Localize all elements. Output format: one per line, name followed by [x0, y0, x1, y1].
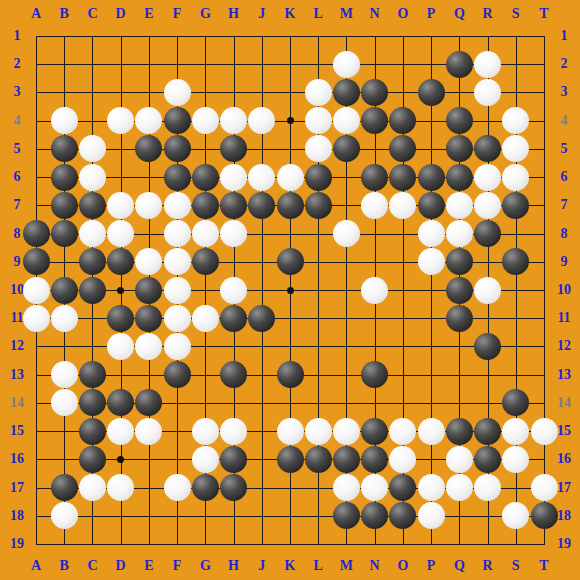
intersection-E1[interactable] [135, 22, 163, 50]
intersection-N4[interactable] [361, 107, 389, 135]
intersection-T16[interactable] [530, 445, 558, 473]
intersection-M18[interactable] [332, 502, 360, 530]
intersection-J13[interactable] [248, 361, 276, 389]
intersection-B18[interactable] [50, 502, 78, 530]
intersection-Q19[interactable] [445, 530, 473, 558]
intersection-J5[interactable] [248, 135, 276, 163]
intersection-T5[interactable] [530, 135, 558, 163]
intersection-F3[interactable] [163, 78, 191, 106]
intersection-R4[interactable] [474, 107, 502, 135]
intersection-R15[interactable] [474, 417, 502, 445]
intersection-L11[interactable] [304, 304, 332, 332]
intersection-L9[interactable] [304, 248, 332, 276]
intersection-J17[interactable] [248, 474, 276, 502]
intersection-P4[interactable] [417, 107, 445, 135]
intersection-G10[interactable] [191, 276, 219, 304]
intersection-G14[interactable] [191, 389, 219, 417]
intersection-B14[interactable] [50, 389, 78, 417]
intersection-C19[interactable] [78, 530, 106, 558]
intersection-N17[interactable] [361, 474, 389, 502]
intersection-B16[interactable] [50, 445, 78, 473]
intersection-S12[interactable] [502, 332, 530, 360]
intersection-D10[interactable] [107, 276, 135, 304]
intersection-H18[interactable] [220, 502, 248, 530]
intersection-R8[interactable] [474, 220, 502, 248]
intersection-O7[interactable] [389, 191, 417, 219]
intersection-D16[interactable] [107, 445, 135, 473]
intersection-M2[interactable] [332, 50, 360, 78]
intersection-T9[interactable] [530, 248, 558, 276]
intersection-T15[interactable] [530, 417, 558, 445]
intersection-T14[interactable] [530, 389, 558, 417]
intersection-A7[interactable] [22, 191, 50, 219]
intersection-M4[interactable] [332, 107, 360, 135]
intersection-B11[interactable] [50, 304, 78, 332]
intersection-A5[interactable] [22, 135, 50, 163]
intersection-S3[interactable] [502, 78, 530, 106]
intersection-F10[interactable] [163, 276, 191, 304]
intersection-C18[interactable] [78, 502, 106, 530]
intersection-N19[interactable] [361, 530, 389, 558]
intersection-D13[interactable] [107, 361, 135, 389]
intersection-D5[interactable] [107, 135, 135, 163]
intersection-H12[interactable] [220, 332, 248, 360]
intersection-J4[interactable] [248, 107, 276, 135]
intersection-F15[interactable] [163, 417, 191, 445]
intersection-J12[interactable] [248, 332, 276, 360]
intersection-R2[interactable] [474, 50, 502, 78]
intersection-Q15[interactable] [445, 417, 473, 445]
intersection-C1[interactable] [78, 22, 106, 50]
intersection-T3[interactable] [530, 78, 558, 106]
intersection-L8[interactable] [304, 220, 332, 248]
intersection-O11[interactable] [389, 304, 417, 332]
intersection-T18[interactable] [530, 502, 558, 530]
intersection-T7[interactable] [530, 191, 558, 219]
intersection-Q6[interactable] [445, 163, 473, 191]
intersection-T4[interactable] [530, 107, 558, 135]
intersection-A4[interactable] [22, 107, 50, 135]
intersection-D17[interactable] [107, 474, 135, 502]
intersection-M15[interactable] [332, 417, 360, 445]
intersection-T17[interactable] [530, 474, 558, 502]
intersection-E10[interactable] [135, 276, 163, 304]
intersection-N12[interactable] [361, 332, 389, 360]
intersection-M8[interactable] [332, 220, 360, 248]
intersection-K17[interactable] [276, 474, 304, 502]
intersection-L13[interactable] [304, 361, 332, 389]
intersection-P2[interactable] [417, 50, 445, 78]
intersection-A9[interactable] [22, 248, 50, 276]
intersection-J10[interactable] [248, 276, 276, 304]
intersection-O13[interactable] [389, 361, 417, 389]
intersection-R19[interactable] [474, 530, 502, 558]
intersection-A6[interactable] [22, 163, 50, 191]
intersection-H8[interactable] [220, 220, 248, 248]
intersection-A16[interactable] [22, 445, 50, 473]
intersection-A1[interactable] [22, 22, 50, 50]
intersection-O18[interactable] [389, 502, 417, 530]
intersection-T19[interactable] [530, 530, 558, 558]
intersection-M9[interactable] [332, 248, 360, 276]
intersection-Q1[interactable] [445, 22, 473, 50]
intersection-P14[interactable] [417, 389, 445, 417]
intersection-O8[interactable] [389, 220, 417, 248]
intersection-N15[interactable] [361, 417, 389, 445]
intersection-T8[interactable] [530, 220, 558, 248]
intersection-S8[interactable] [502, 220, 530, 248]
intersection-O12[interactable] [389, 332, 417, 360]
intersection-E19[interactable] [135, 530, 163, 558]
intersection-R12[interactable] [474, 332, 502, 360]
intersection-C14[interactable] [78, 389, 106, 417]
intersection-F7[interactable] [163, 191, 191, 219]
intersection-N11[interactable] [361, 304, 389, 332]
intersection-K10[interactable] [276, 276, 304, 304]
intersection-P1[interactable] [417, 22, 445, 50]
intersection-L17[interactable] [304, 474, 332, 502]
intersection-A10[interactable] [22, 276, 50, 304]
intersection-S19[interactable] [502, 530, 530, 558]
intersection-S11[interactable] [502, 304, 530, 332]
intersection-T10[interactable] [530, 276, 558, 304]
intersection-E2[interactable] [135, 50, 163, 78]
intersection-N9[interactable] [361, 248, 389, 276]
intersection-G6[interactable] [191, 163, 219, 191]
intersection-K12[interactable] [276, 332, 304, 360]
intersection-K14[interactable] [276, 389, 304, 417]
intersection-A13[interactable] [22, 361, 50, 389]
intersection-P3[interactable] [417, 78, 445, 106]
intersection-R11[interactable] [474, 304, 502, 332]
intersection-S18[interactable] [502, 502, 530, 530]
intersection-R7[interactable] [474, 191, 502, 219]
intersection-C9[interactable] [78, 248, 106, 276]
intersection-A14[interactable] [22, 389, 50, 417]
intersection-O6[interactable] [389, 163, 417, 191]
intersection-G1[interactable] [191, 22, 219, 50]
intersection-N6[interactable] [361, 163, 389, 191]
intersection-P9[interactable] [417, 248, 445, 276]
intersection-K3[interactable] [276, 78, 304, 106]
intersection-Q10[interactable] [445, 276, 473, 304]
intersection-L12[interactable] [304, 332, 332, 360]
intersection-Q12[interactable] [445, 332, 473, 360]
intersection-E8[interactable] [135, 220, 163, 248]
intersection-R17[interactable] [474, 474, 502, 502]
intersection-L3[interactable] [304, 78, 332, 106]
intersection-R14[interactable] [474, 389, 502, 417]
intersection-N1[interactable] [361, 22, 389, 50]
intersection-O16[interactable] [389, 445, 417, 473]
intersection-G3[interactable] [191, 78, 219, 106]
intersection-M7[interactable] [332, 191, 360, 219]
intersection-H4[interactable] [220, 107, 248, 135]
intersection-F11[interactable] [163, 304, 191, 332]
intersection-M19[interactable] [332, 530, 360, 558]
intersection-Q13[interactable] [445, 361, 473, 389]
intersection-Q7[interactable] [445, 191, 473, 219]
intersection-C17[interactable] [78, 474, 106, 502]
intersection-C2[interactable] [78, 50, 106, 78]
intersection-R1[interactable] [474, 22, 502, 50]
intersection-G8[interactable] [191, 220, 219, 248]
intersection-H1[interactable] [220, 22, 248, 50]
intersection-B4[interactable] [50, 107, 78, 135]
intersection-G9[interactable] [191, 248, 219, 276]
intersection-F8[interactable] [163, 220, 191, 248]
intersection-R5[interactable] [474, 135, 502, 163]
intersection-O9[interactable] [389, 248, 417, 276]
intersection-G17[interactable] [191, 474, 219, 502]
intersection-H16[interactable] [220, 445, 248, 473]
intersection-Q3[interactable] [445, 78, 473, 106]
intersection-P7[interactable] [417, 191, 445, 219]
intersection-R16[interactable] [474, 445, 502, 473]
intersection-H10[interactable] [220, 276, 248, 304]
intersection-T13[interactable] [530, 361, 558, 389]
intersection-S14[interactable] [502, 389, 530, 417]
intersection-N3[interactable] [361, 78, 389, 106]
intersection-L5[interactable] [304, 135, 332, 163]
intersection-J11[interactable] [248, 304, 276, 332]
intersection-A19[interactable] [22, 530, 50, 558]
intersection-A17[interactable] [22, 474, 50, 502]
intersection-D15[interactable] [107, 417, 135, 445]
intersection-J2[interactable] [248, 50, 276, 78]
intersection-H7[interactable] [220, 191, 248, 219]
intersection-D6[interactable] [107, 163, 135, 191]
intersection-R9[interactable] [474, 248, 502, 276]
intersection-H14[interactable] [220, 389, 248, 417]
intersection-L19[interactable] [304, 530, 332, 558]
intersection-P17[interactable] [417, 474, 445, 502]
intersection-K5[interactable] [276, 135, 304, 163]
intersection-J6[interactable] [248, 163, 276, 191]
intersection-H6[interactable] [220, 163, 248, 191]
intersection-S6[interactable] [502, 163, 530, 191]
intersection-O1[interactable] [389, 22, 417, 50]
intersection-B13[interactable] [50, 361, 78, 389]
intersection-K11[interactable] [276, 304, 304, 332]
intersection-P13[interactable] [417, 361, 445, 389]
intersection-F14[interactable] [163, 389, 191, 417]
intersection-S13[interactable] [502, 361, 530, 389]
intersection-G11[interactable] [191, 304, 219, 332]
intersection-J14[interactable] [248, 389, 276, 417]
intersection-P5[interactable] [417, 135, 445, 163]
intersection-M10[interactable] [332, 276, 360, 304]
intersection-S15[interactable] [502, 417, 530, 445]
intersection-L4[interactable] [304, 107, 332, 135]
intersection-B5[interactable] [50, 135, 78, 163]
intersection-S4[interactable] [502, 107, 530, 135]
intersection-D4[interactable] [107, 107, 135, 135]
intersection-P6[interactable] [417, 163, 445, 191]
intersection-L15[interactable] [304, 417, 332, 445]
intersection-Q2[interactable] [445, 50, 473, 78]
intersection-L10[interactable] [304, 276, 332, 304]
intersection-K2[interactable] [276, 50, 304, 78]
intersection-K16[interactable] [276, 445, 304, 473]
intersection-C11[interactable] [78, 304, 106, 332]
intersection-O10[interactable] [389, 276, 417, 304]
intersection-Q4[interactable] [445, 107, 473, 135]
intersection-F16[interactable] [163, 445, 191, 473]
intersection-K7[interactable] [276, 191, 304, 219]
intersection-F5[interactable] [163, 135, 191, 163]
intersection-P10[interactable] [417, 276, 445, 304]
intersection-N14[interactable] [361, 389, 389, 417]
intersection-O3[interactable] [389, 78, 417, 106]
intersection-F9[interactable] [163, 248, 191, 276]
intersection-F12[interactable] [163, 332, 191, 360]
intersection-B2[interactable] [50, 50, 78, 78]
intersection-A18[interactable] [22, 502, 50, 530]
intersection-M14[interactable] [332, 389, 360, 417]
intersection-L7[interactable] [304, 191, 332, 219]
intersection-A15[interactable] [22, 417, 50, 445]
intersection-D14[interactable] [107, 389, 135, 417]
intersection-G13[interactable] [191, 361, 219, 389]
intersection-L14[interactable] [304, 389, 332, 417]
intersection-E7[interactable] [135, 191, 163, 219]
intersection-D12[interactable] [107, 332, 135, 360]
intersection-G16[interactable] [191, 445, 219, 473]
intersection-Q16[interactable] [445, 445, 473, 473]
intersection-R13[interactable] [474, 361, 502, 389]
intersection-J19[interactable] [248, 530, 276, 558]
intersection-G4[interactable] [191, 107, 219, 135]
intersection-C8[interactable] [78, 220, 106, 248]
intersection-J1[interactable] [248, 22, 276, 50]
intersection-E11[interactable] [135, 304, 163, 332]
intersection-L18[interactable] [304, 502, 332, 530]
intersection-D11[interactable] [107, 304, 135, 332]
intersection-A8[interactable] [22, 220, 50, 248]
intersection-B6[interactable] [50, 163, 78, 191]
intersection-S10[interactable] [502, 276, 530, 304]
intersection-C7[interactable] [78, 191, 106, 219]
intersection-C15[interactable] [78, 417, 106, 445]
intersection-T1[interactable] [530, 22, 558, 50]
intersection-P18[interactable] [417, 502, 445, 530]
intersection-L2[interactable] [304, 50, 332, 78]
intersection-A2[interactable] [22, 50, 50, 78]
intersection-P11[interactable] [417, 304, 445, 332]
intersection-E16[interactable] [135, 445, 163, 473]
intersection-N7[interactable] [361, 191, 389, 219]
intersection-N16[interactable] [361, 445, 389, 473]
intersection-R3[interactable] [474, 78, 502, 106]
intersection-D8[interactable] [107, 220, 135, 248]
intersection-R6[interactable] [474, 163, 502, 191]
intersection-M13[interactable] [332, 361, 360, 389]
intersection-K8[interactable] [276, 220, 304, 248]
intersection-D9[interactable] [107, 248, 135, 276]
intersection-B12[interactable] [50, 332, 78, 360]
intersection-N5[interactable] [361, 135, 389, 163]
intersection-T11[interactable] [530, 304, 558, 332]
intersection-B1[interactable] [50, 22, 78, 50]
intersection-N10[interactable] [361, 276, 389, 304]
intersection-H9[interactable] [220, 248, 248, 276]
intersection-M3[interactable] [332, 78, 360, 106]
intersection-B3[interactable] [50, 78, 78, 106]
intersection-K13[interactable] [276, 361, 304, 389]
intersection-F6[interactable] [163, 163, 191, 191]
intersection-Q17[interactable] [445, 474, 473, 502]
intersection-C3[interactable] [78, 78, 106, 106]
intersection-T12[interactable] [530, 332, 558, 360]
intersection-F18[interactable] [163, 502, 191, 530]
intersection-E14[interactable] [135, 389, 163, 417]
intersection-E15[interactable] [135, 417, 163, 445]
intersection-L6[interactable] [304, 163, 332, 191]
intersection-E12[interactable] [135, 332, 163, 360]
intersection-S5[interactable] [502, 135, 530, 163]
intersection-C10[interactable] [78, 276, 106, 304]
intersection-G7[interactable] [191, 191, 219, 219]
intersection-B10[interactable] [50, 276, 78, 304]
intersection-P16[interactable] [417, 445, 445, 473]
intersection-H11[interactable] [220, 304, 248, 332]
intersection-C6[interactable] [78, 163, 106, 191]
intersection-K1[interactable] [276, 22, 304, 50]
intersection-J15[interactable] [248, 417, 276, 445]
intersection-Q9[interactable] [445, 248, 473, 276]
intersection-H15[interactable] [220, 417, 248, 445]
intersection-T2[interactable] [530, 50, 558, 78]
intersection-B17[interactable] [50, 474, 78, 502]
intersection-O19[interactable] [389, 530, 417, 558]
intersection-H13[interactable] [220, 361, 248, 389]
intersection-E6[interactable] [135, 163, 163, 191]
intersection-C13[interactable] [78, 361, 106, 389]
intersection-D18[interactable] [107, 502, 135, 530]
intersection-Q11[interactable] [445, 304, 473, 332]
intersection-H3[interactable] [220, 78, 248, 106]
intersection-J3[interactable] [248, 78, 276, 106]
intersection-S16[interactable] [502, 445, 530, 473]
intersection-N13[interactable] [361, 361, 389, 389]
intersection-P12[interactable] [417, 332, 445, 360]
intersection-G18[interactable] [191, 502, 219, 530]
intersection-G15[interactable] [191, 417, 219, 445]
intersection-O17[interactable] [389, 474, 417, 502]
intersection-A3[interactable] [22, 78, 50, 106]
intersection-F1[interactable] [163, 22, 191, 50]
intersection-O4[interactable] [389, 107, 417, 135]
intersection-C12[interactable] [78, 332, 106, 360]
intersection-O15[interactable] [389, 417, 417, 445]
intersection-Q5[interactable] [445, 135, 473, 163]
intersection-N2[interactable] [361, 50, 389, 78]
intersection-M16[interactable] [332, 445, 360, 473]
intersection-O14[interactable] [389, 389, 417, 417]
intersection-J9[interactable] [248, 248, 276, 276]
intersection-B8[interactable] [50, 220, 78, 248]
intersection-G5[interactable] [191, 135, 219, 163]
intersection-D3[interactable] [107, 78, 135, 106]
intersection-Q18[interactable] [445, 502, 473, 530]
intersection-H17[interactable] [220, 474, 248, 502]
intersection-S17[interactable] [502, 474, 530, 502]
intersection-M6[interactable] [332, 163, 360, 191]
intersection-J7[interactable] [248, 191, 276, 219]
intersection-L1[interactable] [304, 22, 332, 50]
intersection-S2[interactable] [502, 50, 530, 78]
